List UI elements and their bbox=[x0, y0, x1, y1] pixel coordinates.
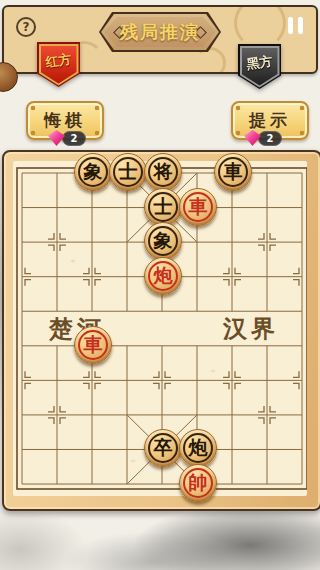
piece-glyph: 象 bbox=[145, 223, 181, 259]
piece-black-chariot[interactable]: 車 bbox=[214, 153, 252, 191]
piece-red-general[interactable]: 帥 bbox=[179, 464, 217, 502]
xiangqi-board[interactable]: 楚河 汉界 象士将車士車象炮車卒炮帥 bbox=[2, 150, 320, 511]
piece-glyph: 象 bbox=[75, 154, 111, 190]
piece-glyph: 卒 bbox=[145, 430, 181, 466]
piece-red-chariot[interactable]: 車 bbox=[179, 188, 217, 226]
board-panel[interactable]: 楚河 汉界 象士将車士車象炮車卒炮帥 bbox=[13, 161, 307, 496]
piece-glyph: 士 bbox=[110, 154, 146, 190]
pause-icon[interactable] bbox=[288, 17, 303, 34]
piece-glyph: 車 bbox=[180, 189, 216, 225]
piece-black-advisor[interactable]: 士 bbox=[144, 188, 182, 226]
piece-black-soldier[interactable]: 卒 bbox=[144, 429, 182, 467]
piece-glyph: 炮 bbox=[180, 430, 216, 466]
page-title: 残局推演 bbox=[99, 12, 221, 52]
piece-glyph: 将 bbox=[145, 154, 181, 190]
piece-glyph: 車 bbox=[75, 327, 111, 363]
piece-black-general[interactable]: 将 bbox=[144, 153, 182, 191]
black-side-badge: 黑方 bbox=[238, 44, 281, 89]
piece-glyph: 炮 bbox=[145, 258, 181, 294]
piece-red-chariot[interactable]: 車 bbox=[74, 326, 112, 364]
piece-black-advisor[interactable]: 士 bbox=[109, 153, 147, 191]
river-label-right: 汉界 bbox=[223, 311, 279, 347]
piece-black-elephant[interactable]: 象 bbox=[144, 222, 182, 260]
undo-count-badge: 2 bbox=[62, 131, 86, 146]
piece-red-cannon[interactable]: 炮 bbox=[144, 257, 182, 295]
red-side-badge: 红方 bbox=[37, 42, 80, 87]
help-icon[interactable]: ? bbox=[16, 17, 36, 37]
title-banner: 残局推演 bbox=[99, 12, 221, 52]
piece-black-cannon[interactable]: 炮 bbox=[179, 429, 217, 467]
piece-glyph: 帥 bbox=[180, 465, 216, 501]
piece-glyph: 士 bbox=[145, 189, 181, 225]
app-screen: ? 残局推演 红方 黑方 悔棋 2 提示 2 楚河 汉界 象士将車士車象炮車卒炮… bbox=[0, 0, 320, 570]
piece-black-elephant[interactable]: 象 bbox=[74, 153, 112, 191]
cloud-swirl-decoration bbox=[234, 5, 286, 49]
piece-glyph: 車 bbox=[215, 154, 251, 190]
hint-count-badge: 2 bbox=[258, 131, 282, 146]
